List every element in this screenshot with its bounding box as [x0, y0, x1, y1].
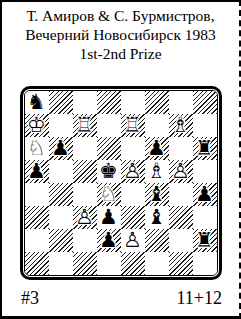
square-f3: ♝♝ — [145, 206, 169, 229]
square-e4 — [121, 183, 145, 206]
square-e5: ♟♙ — [121, 160, 145, 183]
square-g4 — [169, 183, 193, 206]
square-c1 — [73, 252, 97, 275]
square-g5: ♟♙ — [169, 160, 193, 183]
square-c3: ♟♙ — [73, 206, 97, 229]
square-f2 — [145, 229, 169, 252]
square-a5: ♟♟ — [25, 160, 49, 183]
piece-white-knight: ♞♘ — [27, 137, 46, 160]
square-c8 — [73, 91, 97, 114]
square-b3 — [49, 206, 73, 229]
square-h1 — [193, 252, 217, 275]
square-h7 — [193, 114, 217, 137]
square-d1 — [97, 252, 121, 275]
square-a6: ♞♘ — [25, 137, 49, 160]
problem-card: Т. Амиров & С. Бурмистров, Вечерний Ново… — [0, 0, 241, 319]
square-g2 — [169, 229, 193, 252]
square-e6 — [121, 137, 145, 160]
chessboard: ♞♞♚♔♜♖♜♖♝♗♞♘♟♟♟♟♜♜♟♟♚♚♟♙♝♗♟♙♞♘♝♝♟♟♟♙♟♟♝♝… — [25, 91, 217, 275]
problem-header: Т. Амиров & С. Бурмистров, Вечерний Ново… — [2, 2, 239, 63]
piece-black-rook: ♜♜ — [195, 229, 214, 252]
material-count-label: 11+12 — [177, 288, 222, 309]
square-b8 — [49, 91, 73, 114]
board-inner-frame: ♞♞♚♔♜♖♜♖♝♗♞♘♟♟♟♟♜♜♟♟♚♚♟♙♝♗♟♙♞♘♝♝♟♟♟♙♟♟♝♝… — [24, 90, 218, 276]
piece-white-pawn: ♟♙ — [123, 160, 142, 183]
square-a1 — [25, 252, 49, 275]
square-c4 — [73, 183, 97, 206]
square-h3 — [193, 206, 217, 229]
square-a4 — [25, 183, 49, 206]
square-g1 — [169, 252, 193, 275]
square-e7: ♜♖ — [121, 114, 145, 137]
piece-black-pawn: ♟♟ — [27, 160, 46, 183]
piece-black-king: ♚♚ — [99, 160, 118, 183]
piece-white-pawn: ♟♙ — [75, 206, 94, 229]
square-b5 — [49, 160, 73, 183]
piece-black-bishop: ♝♝ — [147, 206, 166, 229]
square-h2: ♜♜ — [193, 229, 217, 252]
piece-black-bishop: ♝♝ — [147, 183, 166, 206]
board-frame: ♞♞♚♔♜♖♜♖♝♗♞♘♟♟♟♟♜♜♟♟♚♚♟♙♝♗♟♙♞♘♝♝♟♟♟♙♟♟♝♝… — [20, 86, 222, 280]
piece-black-rook: ♜♜ — [195, 137, 214, 160]
square-d8 — [97, 91, 121, 114]
square-f4: ♝♝ — [145, 183, 169, 206]
piece-white-rook: ♜♖ — [123, 114, 142, 137]
square-e1 — [121, 252, 145, 275]
square-h8 — [193, 91, 217, 114]
square-f8 — [145, 91, 169, 114]
square-c5 — [73, 160, 97, 183]
award-line: 1st-2nd Prize — [2, 44, 239, 63]
square-g3 — [169, 206, 193, 229]
square-g7: ♝♗ — [169, 114, 193, 137]
piece-black-pawn: ♟♟ — [51, 137, 70, 160]
piece-white-pawn: ♟♙ — [123, 229, 142, 252]
piece-white-rook: ♜♖ — [75, 114, 94, 137]
square-d5: ♚♚ — [97, 160, 121, 183]
square-f6: ♟♟ — [145, 137, 169, 160]
stipulation-label: #3 — [21, 288, 39, 309]
square-a2 — [25, 229, 49, 252]
square-g6 — [169, 137, 193, 160]
piece-white-king: ♚♔ — [27, 114, 46, 137]
source-line: Вечерний Новосибирск 1983 — [2, 25, 239, 44]
square-a8: ♞♞ — [25, 91, 49, 114]
piece-white-knight: ♞♘ — [99, 183, 118, 206]
square-d6 — [97, 137, 121, 160]
piece-black-pawn: ♟♟ — [99, 206, 118, 229]
piece-white-bishop: ♝♗ — [147, 160, 166, 183]
square-e2: ♟♙ — [121, 229, 145, 252]
square-e8 — [121, 91, 145, 114]
square-f5: ♝♗ — [145, 160, 169, 183]
caption-row: #3 11+12 — [2, 288, 239, 309]
square-d4: ♞♘ — [97, 183, 121, 206]
square-b7 — [49, 114, 73, 137]
square-d7 — [97, 114, 121, 137]
piece-black-pawn: ♟♟ — [195, 183, 214, 206]
piece-black-pawn: ♟♟ — [99, 229, 118, 252]
square-b6: ♟♟ — [49, 137, 73, 160]
square-d2: ♟♟ — [97, 229, 121, 252]
square-d3: ♟♟ — [97, 206, 121, 229]
piece-black-knight: ♞♞ — [27, 91, 46, 114]
square-a7: ♚♔ — [25, 114, 49, 137]
square-h5 — [193, 160, 217, 183]
square-c7: ♜♖ — [73, 114, 97, 137]
piece-white-bishop: ♝♗ — [171, 114, 190, 137]
square-b2 — [49, 229, 73, 252]
square-f7 — [145, 114, 169, 137]
square-b1 — [49, 252, 73, 275]
square-g8 — [169, 91, 193, 114]
square-b4 — [49, 183, 73, 206]
square-h4: ♟♟ — [193, 183, 217, 206]
square-f1 — [145, 252, 169, 275]
square-c2 — [73, 229, 97, 252]
piece-black-pawn: ♟♟ — [147, 137, 166, 160]
piece-white-pawn: ♟♙ — [171, 160, 190, 183]
square-h6: ♜♜ — [193, 137, 217, 160]
square-a3 — [25, 206, 49, 229]
square-c6 — [73, 137, 97, 160]
square-e3 — [121, 206, 145, 229]
author-line: Т. Амиров & С. Бурмистров, — [2, 6, 239, 25]
